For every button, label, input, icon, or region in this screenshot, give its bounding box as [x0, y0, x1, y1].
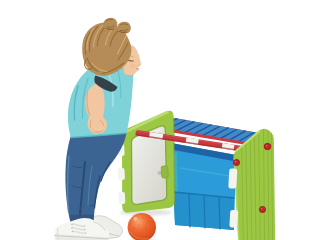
jeans-body [65, 133, 126, 223]
jeans [65, 133, 126, 224]
board-hole [158, 172, 161, 175]
ball-body [128, 213, 156, 240]
product-photo [40, 16, 280, 240]
left-post-edge-shade [174, 118, 175, 205]
nostril [138, 65, 139, 66]
scene-canvas [40, 16, 280, 240]
cheek-blush [130, 63, 136, 69]
left-post-stripes [117, 144, 125, 204]
head [82, 18, 141, 76]
ball-specular [134, 217, 138, 221]
ball [128, 213, 156, 240]
goal-back-fabric [166, 143, 236, 230]
board-clip [161, 166, 168, 178]
